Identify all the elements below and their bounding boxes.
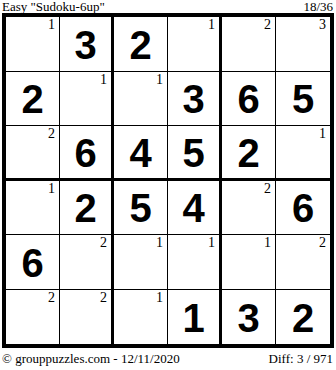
cell-r6c1[interactable]: 2 [6,290,60,345]
corner-mark: 1 [156,72,163,87]
puzzle-title: Easy "Sudoku-6up" [2,0,105,13]
cell-r1c6[interactable]: 3 [276,17,330,72]
given-digit: 4 [182,186,204,228]
corner-mark: 2 [48,126,55,141]
corner-mark: 2 [264,17,271,32]
corner-mark: 3 [319,17,326,32]
cell-r6c6[interactable]: 2 [276,290,330,345]
corner-mark: 1 [319,126,326,141]
given-digit: 3 [237,296,259,338]
cell-r4c5[interactable]: 2 [222,181,276,236]
given-digit: 3 [182,77,204,119]
given-digit: 2 [237,131,259,173]
given-digit: 5 [292,77,314,119]
sudoku-page: Easy "Sudoku-6up" 18/36 1321232113652645… [0,0,336,370]
cell-r1c1[interactable]: 1 [6,17,60,72]
given-digit: 1 [182,296,204,338]
cell-r5c5[interactable]: 1 [222,235,276,290]
cell-r5c6[interactable]: 2 [276,235,330,290]
corner-mark: 2 [48,290,55,305]
cell-r2c1[interactable]: 2 [6,72,60,127]
copyright-text: © grouppuzzles.com - 12/11/2020 [2,352,180,366]
cell-r3c5[interactable]: 2 [222,126,276,181]
corner-mark: 2 [319,235,326,250]
cell-r3c2[interactable]: 6 [60,126,114,181]
cell-r5c2[interactable]: 2 [60,235,114,290]
header: Easy "Sudoku-6up" 18/36 [2,0,333,13]
given-digit: 2 [21,77,43,119]
given-digit: 6 [21,241,43,283]
cell-r5c1[interactable]: 6 [6,235,60,290]
cell-r2c6[interactable]: 5 [276,72,330,127]
given-digit: 5 [129,186,151,228]
cell-r6c5[interactable]: 3 [222,290,276,345]
corner-mark: 2 [100,290,107,305]
cell-r1c5[interactable]: 2 [222,17,276,72]
cell-r4c1[interactable]: 1 [6,181,60,236]
corner-mark: 1 [100,72,107,87]
corner-mark: 1 [48,17,55,32]
cell-r5c3[interactable]: 1 [114,235,168,290]
difficulty-text: Diff: 3 / 971 [269,352,333,366]
given-digit: 5 [182,131,204,173]
corner-mark: 1 [208,17,215,32]
corner-mark: 1 [156,290,163,305]
cell-r1c3[interactable]: 2 [114,17,168,72]
given-digit: 3 [74,23,96,65]
given-digit: 6 [74,131,96,173]
cell-r4c6[interactable]: 6 [276,181,330,236]
corner-mark: 2 [100,235,107,250]
cell-r3c1[interactable]: 2 [6,126,60,181]
cell-r3c4[interactable]: 5 [168,126,222,181]
cell-r2c5[interactable]: 6 [222,72,276,127]
corner-mark: 1 [264,235,271,250]
cell-r2c4[interactable]: 3 [168,72,222,127]
cell-r2c2[interactable]: 1 [60,72,114,127]
cell-r3c3[interactable]: 4 [114,126,168,181]
cell-r6c4[interactable]: 1 [168,290,222,345]
cell-r2c3[interactable]: 1 [114,72,168,127]
cell-r5c4[interactable]: 1 [168,235,222,290]
corner-mark: 2 [264,181,271,196]
given-digit: 6 [292,186,314,228]
given-digit: 6 [237,77,259,119]
sudoku-grid: 132123211365264521125426621112221132 [2,13,334,348]
given-digit: 2 [292,296,314,338]
given-digit: 4 [129,131,151,173]
cell-r4c2[interactable]: 2 [60,181,114,236]
cell-r1c4[interactable]: 1 [168,17,222,72]
cell-r4c4[interactable]: 4 [168,181,222,236]
cell-r4c3[interactable]: 5 [114,181,168,236]
cell-r1c2[interactable]: 3 [60,17,114,72]
cell-r3c6[interactable]: 1 [276,126,330,181]
cell-r6c3[interactable]: 1 [114,290,168,345]
cell-r6c2[interactable]: 2 [60,290,114,345]
filled-count: 18/36 [303,0,333,13]
given-digit: 2 [74,186,96,228]
corner-mark: 1 [48,181,55,196]
given-digit: 2 [129,23,151,65]
footer: © grouppuzzles.com - 12/11/2020 Diff: 3 … [2,352,333,366]
corner-mark: 1 [156,235,163,250]
corner-mark: 1 [208,235,215,250]
